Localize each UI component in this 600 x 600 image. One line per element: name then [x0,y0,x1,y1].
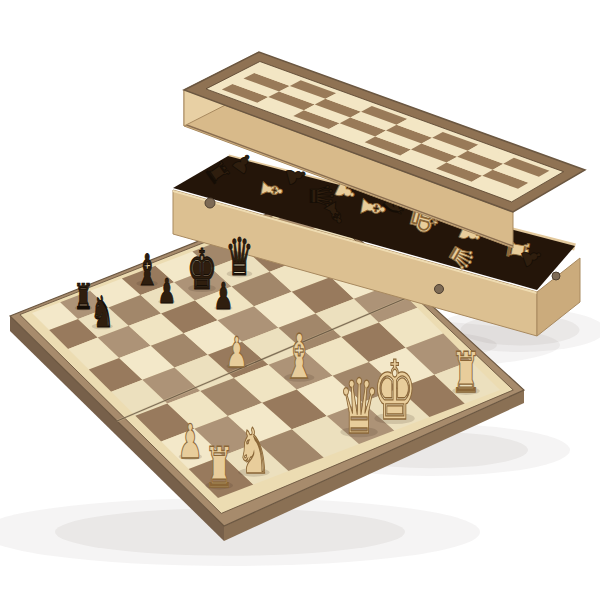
magnet-dot [435,285,444,294]
black-pawn-e6[interactable]: ♟ [213,275,233,317]
magnet-dot [552,272,560,280]
black-pawn-d7[interactable]: ♟ [157,271,176,311]
white-king-f1[interactable]: ♚ [372,343,416,439]
product-photo: ♜♟♝♟♛♟♝♞♚♟♟♚♜♟♝♛♜♝♞♟♚♛♟♟♝♟♜♞♛♚♜ [0,0,600,600]
white-pawn-a2[interactable]: ♟ [177,413,203,469]
black-knight-b7[interactable]: ♞ [91,287,114,337]
white-rook-a1[interactable]: ♜ [204,435,234,500]
white-bishop-e3[interactable]: ♝ [282,322,315,393]
chess-set-scene: ♜♟♝♟♛♟♝♞♚♟♟♚♜♟♝♛♜♝♞♟♚♛♟♟♝♟♜♞♛♚♜ [0,0,600,600]
white-pawn-d4[interactable]: ♟ [225,328,248,376]
white-knight-b1[interactable]: ♞ [237,415,271,488]
white-rook-h1[interactable]: ♜ [451,340,481,405]
magnet-dot [205,198,215,208]
black-bishop-d8[interactable]: ♝ [135,245,159,295]
